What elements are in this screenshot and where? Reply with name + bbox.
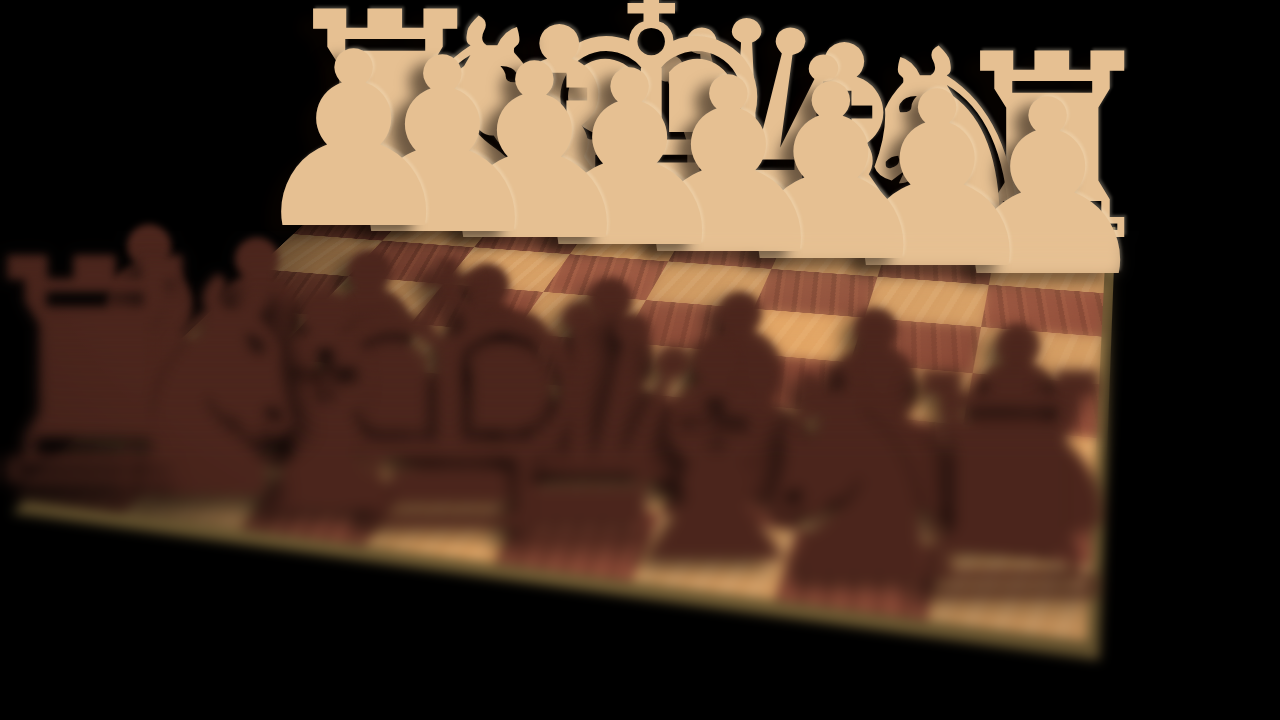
black-pawn-b7: ♟ xyxy=(751,275,1000,553)
black-rook-a8: ♜ xyxy=(871,334,1150,645)
black-bishop-c8: ♝ xyxy=(580,304,851,606)
black-bishop-f8: ♝ xyxy=(190,255,461,557)
white-bishop-c1: ♝ xyxy=(733,13,955,261)
white-knight-g1: ♞ xyxy=(358,0,583,238)
white-pawn-d2: ♟ xyxy=(620,46,837,288)
black-pawn-h7: ♟ xyxy=(25,193,274,471)
white-rook-a1: ♜ xyxy=(937,20,1167,276)
black-pawn-c7: ♟ xyxy=(615,260,864,538)
pieces-layer: ♜♞♝♛♚♝♞♜♟♟♟♟♟♟♟♟♟♟♟♟♟♟♟♟♜♞♝♛♚♝♞♜ xyxy=(0,0,1280,720)
black-pawn-e7: ♟ xyxy=(363,231,612,509)
black-knight-g8: ♞ xyxy=(71,238,344,543)
white-pawn-e2: ♟ xyxy=(521,39,738,281)
black-king-e8: ♚ xyxy=(284,215,615,584)
white-pawn-h2: ♟ xyxy=(245,20,462,262)
white-knight-b1: ♞ xyxy=(834,17,1059,268)
black-pawn-f7: ♟ xyxy=(245,218,494,496)
black-rook-h8: ♜ xyxy=(0,219,234,530)
black-knight-b8: ♞ xyxy=(722,320,995,625)
white-pawn-a2: ♟ xyxy=(939,68,1156,310)
black-queen-d8: ♛ xyxy=(430,262,728,594)
white-queen-d1: ♛ xyxy=(624,0,869,259)
chess-scene: ♜♞♝♛♚♝♞♜♟♟♟♟♟♟♟♟♟♟♟♟♟♟♟♟♜♞♝♛♚♝♞♜ xyxy=(0,0,1280,720)
white-rook-h1: ♜ xyxy=(270,0,500,234)
white-pawn-g2: ♟ xyxy=(334,26,551,268)
white-king-e1: ♚ xyxy=(515,0,787,258)
black-pawn-a7: ♟ xyxy=(894,291,1143,569)
white-pawn-b2: ♟ xyxy=(829,61,1046,303)
white-pawn-f2: ♟ xyxy=(426,33,643,275)
black-pawn-g7: ♟ xyxy=(132,205,381,483)
white-pawn-c2: ♟ xyxy=(723,53,940,295)
black-pawn-d7: ♟ xyxy=(486,245,735,523)
white-bishop-f1: ♝ xyxy=(448,0,670,243)
